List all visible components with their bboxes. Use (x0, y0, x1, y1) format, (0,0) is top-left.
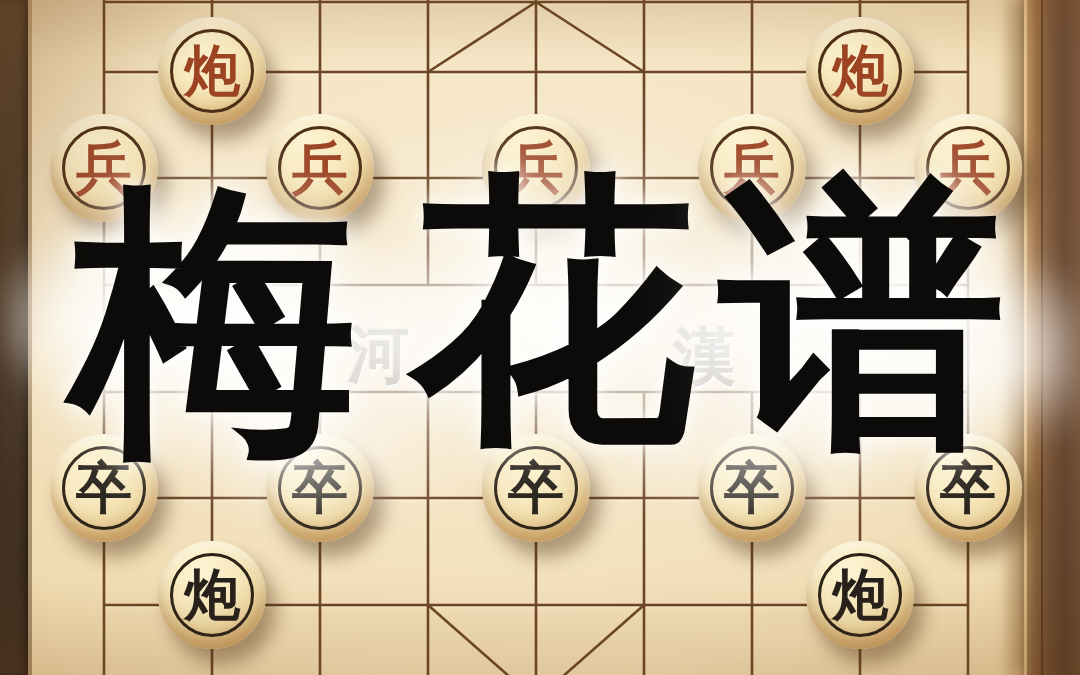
piece-character: 炮 (158, 17, 266, 125)
title-char-mei: 梅 (72, 182, 357, 467)
board-cell: 炮 (806, 37, 914, 125)
piece-black-cannon[interactable]: 炮 (158, 541, 266, 649)
title-char-pu: 谱 (721, 177, 1006, 462)
piece-red-cannon[interactable]: 炮 (806, 17, 914, 125)
title-char-hua: 花 (411, 172, 696, 457)
piece-character: 炮 (806, 17, 914, 125)
piece-red-cannon[interactable]: 炮 (158, 17, 266, 125)
xiangqi-screenshot: 河 漢 炮炮兵兵兵兵兵卒卒卒卒卒炮炮 梅 花 谱 (0, 0, 1080, 675)
board-cell: 炮 (158, 552, 266, 659)
board-cell: 炮 (158, 37, 266, 125)
piece-black-cannon[interactable]: 炮 (806, 541, 914, 649)
piece-character: 炮 (158, 541, 266, 649)
board-cell: 炮 (806, 552, 914, 659)
piece-character: 炮 (806, 541, 914, 649)
